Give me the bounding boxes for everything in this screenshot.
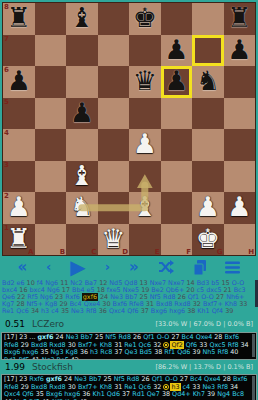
square-c5[interactable]: ♟ [66, 98, 98, 130]
file-label: F [186, 248, 191, 256]
move-token[interactable]: Qe7 [147, 390, 160, 398]
move-list-scrollbar[interactable] [255, 280, 258, 307]
square-a6[interactable]: ♟6 [3, 66, 35, 98]
square-f8[interactable] [161, 3, 193, 35]
move-token[interactable]: 38 [162, 390, 170, 398]
square-c7[interactable] [66, 35, 98, 67]
engine-pv-lczero[interactable]: [17] 23 ... gxf6 24 Ne3 Bb7 25 Nf5 Rd8 2… [1, 332, 257, 360]
file-label: E [155, 248, 160, 256]
square-a7[interactable]: 7 [3, 35, 35, 67]
file-label: A [28, 248, 33, 256]
pv-text: [17] 23 ... gxf6 24 Ne3 Bb7 25 Nf5 Rd8 2… [4, 333, 249, 360]
move-token[interactable]: 36 [80, 348, 88, 356]
black-pawn[interactable]: ♟ [161, 35, 193, 67]
square-b6[interactable] [35, 66, 67, 98]
move-token[interactable]: Ng4 [47, 314, 60, 315]
move-token[interactable]: h3 [90, 348, 98, 356]
move-token[interactable]: Kh7 [193, 390, 205, 398]
rank-label: 1 [4, 224, 9, 232]
white-knight[interactable]: ♞ [66, 192, 98, 224]
square-e4[interactable]: ♟ [129, 129, 161, 161]
square-d7[interactable] [98, 35, 130, 67]
back-button[interactable]: ‹ [46, 257, 51, 277]
fast-forward-button[interactable]: » [129, 257, 139, 277]
engine-eval: 0.51 [5, 319, 25, 329]
move-token[interactable]: 40 [36, 314, 44, 315]
menu-button[interactable] [225, 261, 240, 274]
fast-backward-button[interactable]: « [17, 257, 27, 277]
square-f3[interactable] [161, 161, 193, 193]
move-token[interactable]: 33 [239, 300, 247, 308]
move-token[interactable]: 38 [154, 348, 162, 356]
square-b5[interactable] [35, 98, 67, 130]
square-f7[interactable]: ♟ [161, 35, 193, 67]
move-token[interactable]: 39 [207, 390, 215, 398]
move-token[interactable]: 27 [171, 333, 179, 341]
move-token[interactable]: Bc8 [232, 390, 244, 398]
file-label: C [91, 248, 96, 256]
black-pawn[interactable]: ♟ [161, 66, 193, 98]
square-e2[interactable]: ♝ [129, 192, 161, 224]
move-token[interactable]: Qd4+ [172, 390, 191, 398]
file-label: G [217, 248, 223, 256]
pv-scrollbar[interactable] [252, 334, 255, 357]
square-h1[interactable]: H [224, 224, 256, 256]
square-g7[interactable] [192, 35, 224, 67]
square-g6[interactable]: ♞ [192, 66, 224, 98]
engine-name: Stockfish [32, 362, 73, 372]
square-g8[interactable] [192, 3, 224, 35]
move-token[interactable]: Rf1 [164, 348, 175, 356]
move-token[interactable]: 34 [241, 341, 249, 349]
move-token[interactable]: 42 [71, 356, 79, 360]
square-c2[interactable]: ♞ [66, 192, 98, 224]
move-token[interactable]: Re5 [57, 356, 69, 360]
play-button[interactable]: ▶ [70, 256, 85, 278]
square-g3[interactable] [192, 161, 224, 193]
square-a8[interactable]: ♜8 [3, 3, 35, 35]
move-token[interactable]: 37 [114, 348, 122, 356]
square-c3[interactable]: ♝ [66, 161, 98, 193]
black-pawn[interactable]: ♟ [66, 98, 98, 130]
square-g5[interactable] [192, 98, 224, 130]
move-token[interactable]: 37 [122, 390, 130, 398]
square-g2[interactable]: ♟ [192, 192, 224, 224]
square-e3[interactable] [129, 161, 161, 193]
rank-label: 8 [4, 3, 9, 11]
pv-scrollbar[interactable] [252, 376, 255, 400]
move-token[interactable]: 41 [31, 356, 39, 360]
square-f5[interactable] [161, 98, 193, 130]
square-e1[interactable]: E [129, 224, 161, 256]
square-d4[interactable] [98, 129, 130, 161]
move-list-text: Bd2 e6 10 f4 Ng6 11 Nc2 Ba7 12 Nd5 Qd8 1… [2, 279, 247, 315]
move-token[interactable]: Qd6 [107, 390, 120, 398]
square-e6[interactable]: ♛ [129, 66, 161, 98]
move-token[interactable]: Rd1 [4, 356, 17, 360]
engine-eval: 1.99 [5, 362, 25, 372]
move-token[interactable]: 41 [77, 314, 85, 315]
square-g1[interactable]: ♚G [192, 224, 224, 256]
square-f2[interactable] [161, 192, 193, 224]
square-f4[interactable] [161, 129, 193, 161]
square-b7[interactable] [35, 35, 67, 67]
rank-label: 7 [4, 35, 9, 43]
square-a4[interactable]: 4 [3, 129, 35, 161]
square-f1[interactable]: F [161, 224, 193, 256]
square-a2[interactable]: ♟2 [3, 192, 35, 224]
engine-wdl-stats: [86.2% W | 13.7% D | 0.1% B] [155, 363, 253, 371]
board-frame: ♜8♝♚♜7♟♟♟6♛♟♞5♟4♟3♝♟2♞♝♟♟♜1ABC♛DEF♚GH [0, 0, 258, 255]
black-rook[interactable]: ♜ [224, 3, 256, 35]
engine-header-stockfish[interactable]: 1.99 Stockfish [86.2% W | 13.7% D | 0.1%… [0, 360, 258, 374]
square-g4[interactable] [192, 129, 224, 161]
square-c8[interactable]: ♝ [66, 3, 98, 35]
black-queen[interactable]: ♛ [129, 66, 161, 98]
move-list[interactable]: Bd2 e6 10 f4 Ng6 11 Nc2 Ba7 12 Nd5 Qd8 1… [0, 279, 258, 315]
pv-divergence-marker-icon [163, 342, 169, 348]
square-b4[interactable] [35, 129, 67, 161]
square-a5[interactable]: 5 [3, 98, 35, 130]
move-token[interactable]: 38 [187, 307, 195, 315]
file-label: H [248, 248, 254, 256]
move-token[interactable]: Qd6 [62, 314, 75, 315]
square-b1[interactable]: B [35, 224, 67, 256]
pv-divergence-marker-icon [163, 384, 169, 390]
move-token[interactable]: hxg6 [169, 307, 185, 315]
hamburger-menu-icon [225, 261, 240, 274]
white-bishop[interactable]: ♝ [66, 161, 98, 193]
move-token[interactable]: Rd1 [132, 390, 145, 398]
engine-wdl-stats: [33.0% W | 67.0% D | 0.0% B] [155, 320, 253, 328]
move-token[interactable]: Kh1 [197, 307, 209, 315]
move-token[interactable]: Kh8 [102, 314, 114, 315]
move-token[interactable]: Ng3 [42, 356, 55, 360]
forward-button[interactable]: › [105, 257, 110, 277]
move-token[interactable]: Rf8 [217, 348, 228, 356]
move-token[interactable]: 42 [116, 314, 124, 315]
black-bishop[interactable]: ♝ [66, 3, 98, 35]
move-token[interactable]: Qc3+ [2, 314, 20, 315]
move-token[interactable]: Qe3 [87, 314, 100, 315]
square-b8[interactable] [35, 3, 67, 35]
move-token[interactable]: Bxg6 [151, 307, 167, 315]
move-token[interactable]: 39 [192, 348, 200, 356]
move-token[interactable]: Qe3 [125, 348, 138, 356]
square-c6[interactable] [66, 66, 98, 98]
square-d1[interactable]: ♛D [98, 224, 130, 256]
square-a3[interactable]: 3 [3, 161, 35, 193]
move-token[interactable]: Ng4 [217, 390, 230, 398]
square-d6[interactable] [98, 66, 130, 98]
rank-label: 2 [4, 192, 9, 200]
file-label: B [60, 248, 65, 256]
square-h2[interactable]: ♟ [224, 192, 256, 224]
square-h6[interactable] [224, 66, 256, 98]
move-token[interactable]: O-O [165, 375, 178, 383]
square-d8[interactable] [98, 3, 130, 35]
black-knight[interactable]: ♞ [192, 66, 224, 98]
square-e8[interactable]: ♚ [129, 3, 161, 35]
move-token[interactable]: 40 [230, 348, 238, 356]
file-label: D [122, 248, 128, 256]
square-c1[interactable]: C [66, 224, 98, 256]
square-d2[interactable] [98, 192, 130, 224]
black-king[interactable]: ♚ [129, 3, 161, 35]
move-token[interactable]: Kh7 [22, 314, 34, 315]
engine-name: LCZero [32, 319, 64, 329]
move-token[interactable]: Qb3+ [127, 314, 146, 315]
square-b3[interactable] [35, 161, 67, 193]
pv-text: [17] 23 Rxf6 gxf6 24 Ne3 Bb7 25 Nf5 Rd8 … [4, 375, 247, 400]
white-pawn[interactable]: ♟ [224, 192, 256, 224]
white-pawn[interactable]: ♟ [129, 129, 161, 161]
rank-label: 4 [4, 129, 9, 137]
square-h4[interactable] [224, 129, 256, 161]
shuffle-button[interactable] [158, 260, 174, 274]
move-token[interactable]: Rc8 [100, 348, 112, 356]
square-f6[interactable]: ♟ [161, 66, 193, 98]
square-d3[interactable] [98, 161, 130, 193]
square-a1[interactable]: ♜1A [3, 224, 35, 256]
rank-label: 6 [4, 66, 9, 74]
chess-board[interactable]: ♜8♝♚♜7♟♟♟6♛♟♞5♟4♟3♝♟2♞♝♟♟♜1ABC♛DEF♚GH [3, 3, 255, 255]
move-token[interactable]: Qd6 [177, 348, 190, 356]
move-token[interactable]: Qf4 [212, 307, 223, 315]
white-pawn[interactable]: ♟ [192, 192, 224, 224]
square-c4[interactable] [66, 129, 98, 161]
move-token[interactable]: Kh1 [92, 390, 104, 398]
move-token[interactable]: Nh5 [203, 348, 216, 356]
square-e7[interactable] [129, 35, 161, 67]
shuffle-icon [158, 260, 174, 274]
nav-toolbar: « ‹ ▶ › » [0, 255, 258, 279]
square-h7[interactable]: ♟ [224, 35, 256, 67]
rank-label: 3 [4, 161, 9, 169]
copy-icon [193, 260, 207, 275]
black-pawn[interactable]: ♟ [224, 35, 256, 67]
square-d5[interactable] [98, 98, 130, 130]
square-h8[interactable]: ♜ [224, 3, 256, 35]
move-token[interactable]: Rf5 [19, 356, 30, 360]
move-token[interactable]: Bd5 [140, 348, 153, 356]
white-bishop[interactable]: ♝ [129, 192, 161, 224]
square-e5[interactable] [129, 98, 161, 130]
chess-analysis-app: ♜8♝♚♜7♟♟♟6♛♟♞5♟4♟3♝♟2♞♝♟♟♜1ABC♛DEF♚GH « … [0, 0, 258, 400]
square-h3[interactable] [224, 161, 256, 193]
engine-pv-stockfish[interactable]: [17] 23 Rxf6 gxf6 24 Ne3 Bb7 25 Nf5 Rd8 … [1, 374, 257, 400]
move-token[interactable]: 39 [225, 307, 233, 315]
square-h5[interactable] [224, 98, 256, 130]
rank-label: 5 [4, 98, 9, 106]
square-b2[interactable] [35, 192, 67, 224]
copy-button[interactable] [193, 260, 207, 275]
engine-header-lczero[interactable]: 0.51 LCZero [33.0% W | 67.0% D | 0.0% B] [0, 315, 258, 332]
